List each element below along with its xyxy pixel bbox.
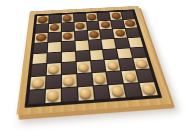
square-a4[interactable] — [32, 53, 46, 64]
square-h7[interactable] — [123, 19, 137, 28]
square-a7[interactable] — [36, 24, 49, 33]
square-d5[interactable] — [75, 40, 88, 50]
checkers-board-frame — [16, 6, 171, 115]
square-c8[interactable] — [62, 14, 74, 22]
dark-piece[interactable] — [87, 14, 97, 21]
square-d2[interactable] — [77, 73, 92, 86]
square-b1[interactable] — [45, 89, 60, 103]
square-h6[interactable] — [126, 28, 140, 37]
dark-piece[interactable] — [38, 16, 48, 23]
square-f5[interactable] — [102, 39, 116, 49]
dark-piece[interactable] — [75, 23, 85, 30]
dark-piece[interactable] — [100, 21, 110, 28]
square-a3[interactable] — [31, 64, 46, 76]
square-f1[interactable] — [109, 84, 126, 98]
square-a8[interactable] — [36, 15, 48, 23]
dark-piece[interactable] — [125, 20, 136, 27]
square-a6[interactable] — [35, 33, 48, 43]
square-e6[interactable] — [87, 30, 100, 39]
square-b5[interactable] — [48, 42, 61, 52]
square-d8[interactable] — [74, 14, 86, 22]
square-b2[interactable] — [46, 75, 61, 88]
light-piece[interactable] — [135, 59, 148, 68]
board-inner-border — [24, 9, 162, 108]
dark-piece[interactable] — [114, 29, 125, 36]
square-h2[interactable] — [137, 70, 154, 83]
square-e3[interactable] — [91, 61, 106, 73]
square-c1[interactable] — [62, 88, 77, 102]
square-g1[interactable] — [124, 83, 142, 97]
square-e2[interactable] — [92, 72, 108, 85]
square-f2[interactable] — [107, 71, 123, 84]
square-d1[interactable] — [78, 86, 94, 100]
dark-piece[interactable] — [111, 13, 121, 19]
square-h3[interactable] — [133, 58, 149, 70]
light-piece[interactable] — [142, 84, 156, 95]
square-h8[interactable] — [121, 11, 134, 19]
square-c3[interactable] — [62, 62, 76, 74]
square-g5[interactable] — [115, 38, 130, 48]
square-c4[interactable] — [62, 51, 75, 62]
square-g3[interactable] — [119, 59, 135, 71]
square-c2[interactable] — [62, 74, 77, 87]
square-f6[interactable] — [100, 29, 114, 38]
light-piece[interactable] — [78, 63, 90, 73]
square-e8[interactable] — [86, 13, 98, 21]
light-piece[interactable] — [123, 72, 136, 82]
light-piece[interactable] — [32, 78, 44, 89]
square-a2[interactable] — [30, 76, 45, 89]
square-d7[interactable] — [74, 22, 86, 31]
square-f8[interactable] — [98, 12, 111, 20]
square-d3[interactable] — [76, 61, 91, 73]
light-piece[interactable] — [47, 90, 59, 102]
dark-piece[interactable] — [89, 31, 100, 39]
square-g8[interactable] — [110, 12, 123, 20]
square-g2[interactable] — [122, 71, 139, 84]
square-e5[interactable] — [88, 39, 102, 49]
square-e1[interactable] — [93, 85, 109, 99]
light-piece[interactable] — [79, 88, 92, 99]
square-b3[interactable] — [47, 63, 61, 75]
square-b8[interactable] — [49, 15, 61, 23]
square-b7[interactable] — [49, 23, 61, 32]
square-g6[interactable] — [113, 29, 127, 38]
square-f3[interactable] — [105, 60, 120, 72]
square-a5[interactable] — [34, 43, 48, 53]
square-b4[interactable] — [47, 52, 61, 63]
square-d4[interactable] — [76, 50, 90, 61]
square-h4[interactable] — [131, 47, 147, 58]
square-e7[interactable] — [87, 21, 100, 30]
board-photo-scene — [0, 0, 189, 140]
dark-piece[interactable] — [36, 34, 46, 42]
square-f7[interactable] — [99, 21, 112, 30]
dark-piece[interactable] — [50, 24, 60, 31]
square-c6[interactable] — [62, 31, 74, 41]
board-grid — [28, 11, 157, 104]
square-c5[interactable] — [62, 41, 75, 51]
square-h1[interactable] — [140, 82, 158, 96]
light-piece[interactable] — [111, 86, 125, 97]
square-g4[interactable] — [117, 48, 132, 59]
dark-piece[interactable] — [63, 15, 72, 22]
square-d6[interactable] — [75, 31, 88, 41]
light-piece[interactable] — [63, 76, 75, 87]
light-piece[interactable] — [48, 64, 59, 74]
square-b6[interactable] — [48, 32, 61, 42]
square-a1[interactable] — [28, 90, 44, 105]
light-piece[interactable] — [93, 74, 106, 84]
light-piece[interactable] — [107, 61, 119, 70]
square-e4[interactable] — [90, 50, 104, 61]
square-g7[interactable] — [111, 20, 124, 29]
square-f4[interactable] — [103, 49, 118, 60]
square-h5[interactable] — [128, 37, 143, 47]
square-c7[interactable] — [62, 23, 74, 32]
dark-piece[interactable] — [63, 32, 73, 40]
